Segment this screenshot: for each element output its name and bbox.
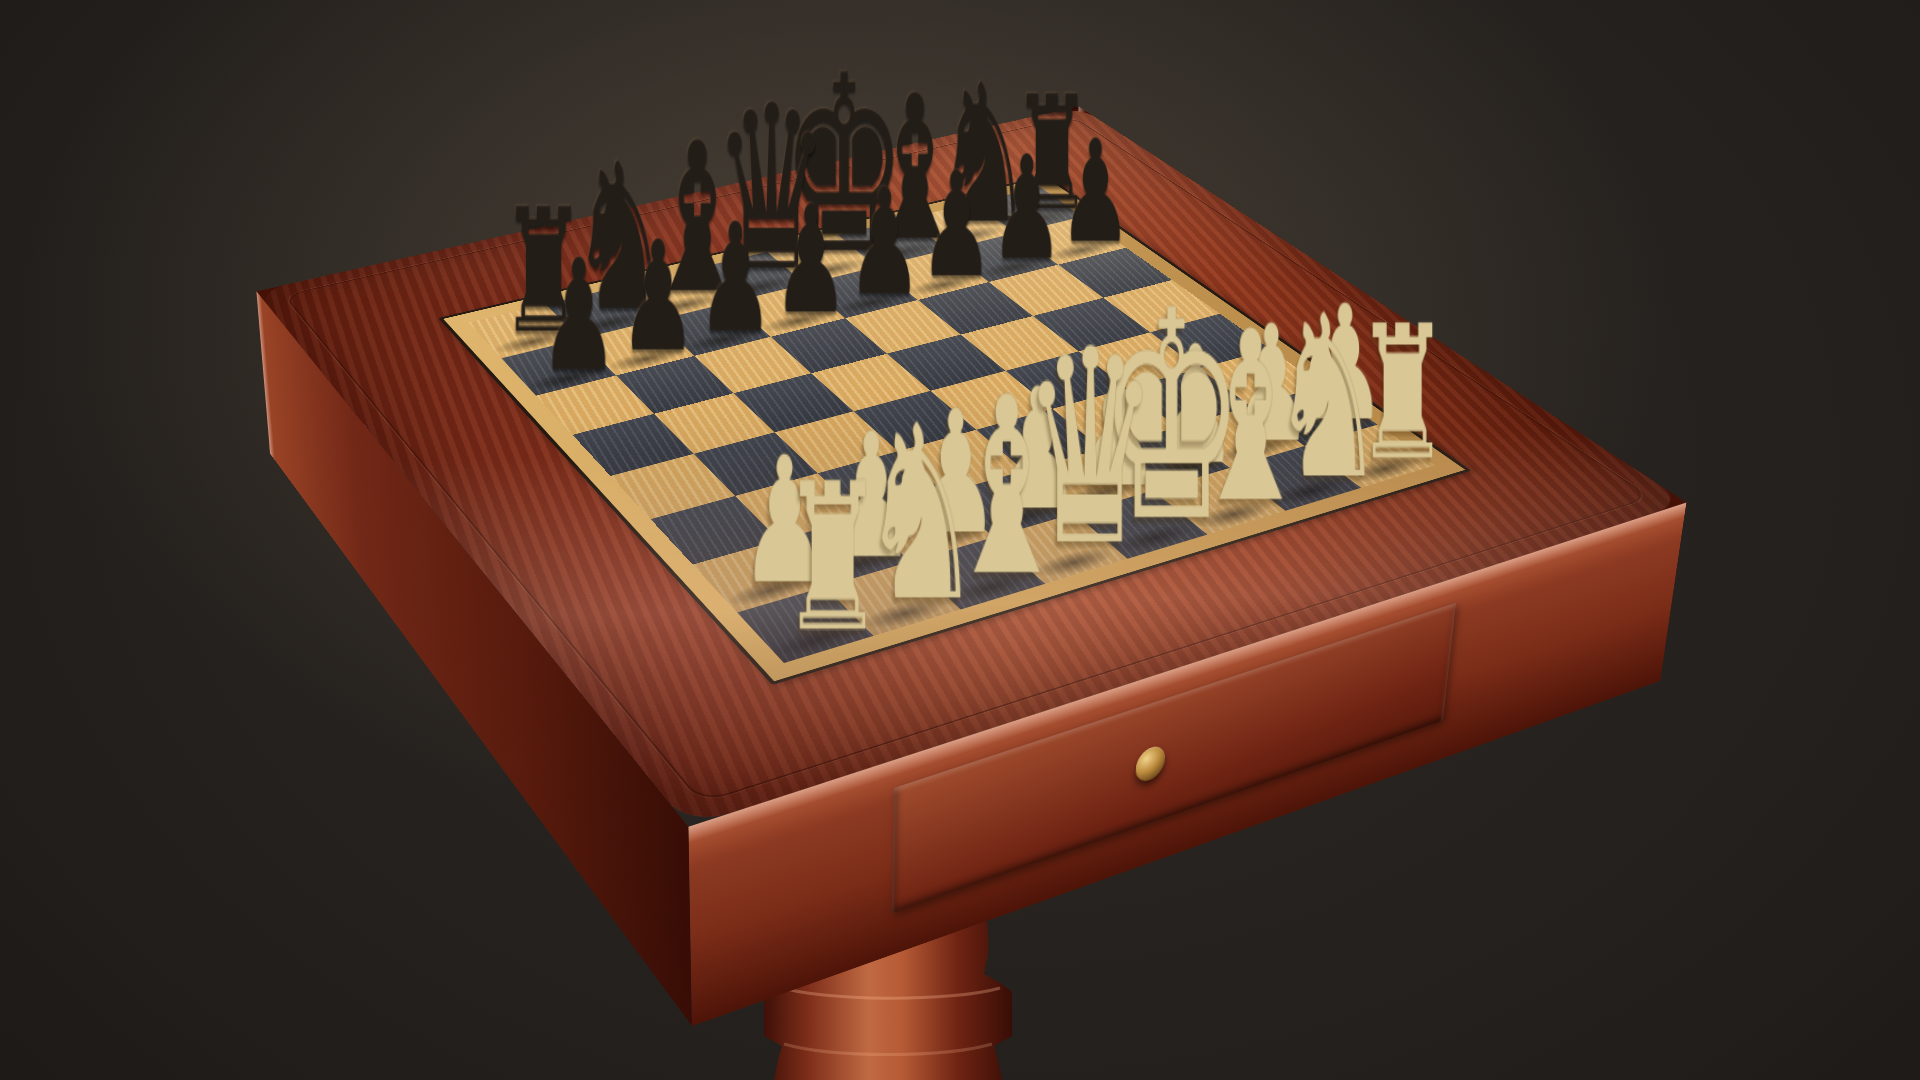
chess-table: ♜♞♝♛♚♝♞♜♟♟♟♟♟♟♟♟♟♟♟♟♟♟♟♟♜♞♝♛♚♝♞♜ <box>256 106 1686 826</box>
piece-black-pawn[interactable]: ♟ <box>619 228 697 368</box>
piece-black-pawn[interactable]: ♟ <box>847 177 922 312</box>
piece-black-pawn[interactable]: ♟ <box>919 160 993 293</box>
board-frame: ♜♞♝♛♚♝♞♜♟♟♟♟♟♟♟♟♟♟♟♟♟♟♟♟♜♞♝♛♚♝♞♜ <box>438 175 1471 685</box>
piece-black-pawn[interactable]: ♟ <box>539 247 618 389</box>
piece-black-pawn[interactable]: ♟ <box>1059 128 1131 258</box>
drawer-knob <box>1135 743 1166 785</box>
3d-viewport[interactable]: ♜♞♝♛♚♝♞♜♟♟♟♟♟♟♟♟♟♟♟♟♟♟♟♟♜♞♝♛♚♝♞♜ <box>0 0 1920 1080</box>
piece-black-pawn[interactable]: ♟ <box>697 211 774 349</box>
chessboard: ♜♞♝♛♚♝♞♜♟♟♟♟♟♟♟♟♟♟♟♟♟♟♟♟♜♞♝♛♚♝♞♜ <box>468 187 1435 663</box>
piece-black-pawn[interactable]: ♟ <box>990 144 1063 276</box>
piece-white-rook[interactable]: ♜ <box>780 466 884 653</box>
piece-black-pawn[interactable]: ♟ <box>773 193 849 329</box>
